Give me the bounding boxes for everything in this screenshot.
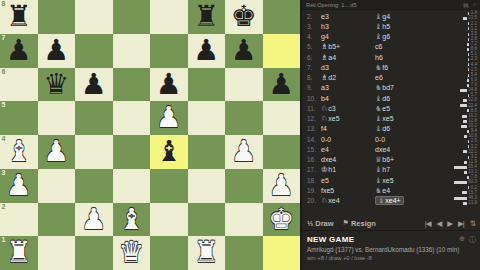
game-actions: ½ Draw ⚑ Resign |◀◀▶▶|⇅ (302, 216, 480, 230)
rating-odds: win +8 / draw +0 / lose -8 (307, 255, 475, 261)
black-piece-icon: ♛ (375, 155, 382, 164)
move-times: 46.313.9 (429, 196, 480, 206)
piece-white-rook-f1[interactable]: ♜ (188, 236, 226, 270)
piece-black-pawn-g7[interactable]: ♟ (225, 34, 263, 68)
move-row: 14.0-00-010.82.5 (302, 134, 480, 144)
square-c4[interactable] (75, 135, 113, 169)
square-f5[interactable] (188, 101, 226, 135)
square-a6[interactable]: 6 (0, 68, 38, 102)
black-piece-icon: ♞ (375, 83, 382, 92)
move-row: 16.dxe4♛b6+3.211.9 (302, 155, 480, 165)
white-move[interactable]: g4 (321, 33, 375, 40)
square-a8[interactable]: 8♜ (0, 0, 38, 34)
black-piece-icon: ♞ (375, 186, 382, 195)
rank-label-6: 6 (2, 68, 6, 76)
black-move[interactable]: 0-0 (375, 136, 429, 143)
book-icon[interactable]: ▤ (463, 1, 469, 8)
move-times: 1.413.5 (429, 11, 480, 21)
last-move-button[interactable]: ▶| (458, 219, 464, 228)
move-time-bar (468, 186, 470, 189)
move-number: 19. (307, 187, 321, 194)
move-row: 15.e4dxe43.212.1 (302, 144, 480, 154)
square-h1[interactable] (263, 236, 301, 270)
move-number: 12. (307, 115, 321, 122)
piece-black-pawn-f7[interactable]: ♟ (188, 34, 226, 68)
move-time-bar (468, 53, 470, 56)
piece-black-pawn-b7[interactable]: ♟ (38, 34, 76, 68)
move-time-bar (462, 115, 467, 118)
black-move[interactable]: ♞f6 (375, 63, 429, 72)
square-a3[interactable]: 3♟ (0, 169, 38, 203)
square-b1[interactable] (38, 236, 76, 270)
piece-black-bishop-e4[interactable]: ♝ (150, 135, 188, 169)
square-h5[interactable] (263, 101, 301, 135)
square-f2[interactable] (188, 203, 226, 237)
move-time-bar (467, 43, 469, 46)
move-time-bar (463, 99, 467, 102)
move-time-bar (468, 22, 470, 25)
move-time-value: 13.9 (468, 201, 477, 206)
move-times: 16.212.8 (429, 114, 480, 124)
black-piece-icon: ♞ (375, 104, 382, 113)
white-move[interactable]: h3 (321, 23, 375, 30)
next-move-button[interactable]: ▶ (447, 219, 452, 228)
resign-flag-icon: ⚑ (343, 219, 349, 227)
square-b3[interactable] (38, 169, 76, 203)
black-piece-icon: ♝ (378, 196, 385, 205)
black-move[interactable]: c6 (375, 43, 429, 50)
black-piece-icon: ♝ (375, 22, 382, 31)
move-time-bar (467, 48, 469, 51)
move-times: 22.48.6 (429, 104, 480, 114)
square-e4[interactable]: ♝ (150, 135, 188, 169)
move-time-bar (454, 166, 467, 169)
piece-black-queen-b6[interactable]: ♛ (38, 68, 76, 102)
white-move[interactable]: b4 (321, 95, 375, 102)
black-piece-icon: ♝ (375, 165, 382, 174)
half-point-icon: ½ (307, 219, 313, 228)
square-h3[interactable]: ♟ (263, 169, 301, 203)
move-time-bar (454, 197, 467, 200)
square-g4[interactable]: ♟ (225, 135, 263, 169)
black-move[interactable]: ♝xe5 (375, 114, 429, 123)
move-time-bar (468, 27, 470, 30)
piece-black-pawn-c6[interactable]: ♟ (75, 68, 113, 102)
square-e8[interactable] (150, 0, 188, 34)
move-time-bar (463, 120, 467, 123)
opening-name: Réti Opening: 1... d5 (306, 2, 463, 8)
white-piece-icon: ♗ (321, 73, 328, 82)
move-number: 13. (307, 125, 321, 132)
black-move[interactable]: dxe4 (375, 146, 429, 153)
move-row: 7.d3♞f64.41.5 (302, 62, 480, 72)
black-move[interactable]: ♝g4 (375, 12, 429, 21)
draw-button[interactable]: ½ Draw (307, 219, 334, 228)
square-h7[interactable] (263, 34, 301, 68)
white-move[interactable]: ♔h1 (321, 165, 375, 174)
move-list: 2.e3♝g41.413.53.h3♝h52.11.24.g4♝g63.52.8… (302, 10, 480, 216)
move-row: 5.♗b5+c67.28.6 (302, 42, 480, 52)
white-move[interactable]: 0-0 (321, 136, 375, 143)
rank-label-2: 2 (2, 203, 6, 211)
black-move[interactable]: ♝d6 (375, 94, 429, 103)
move-number: 16. (307, 156, 321, 163)
move-time-bar (464, 171, 467, 174)
square-c3[interactable] (75, 169, 113, 203)
square-b8[interactable] (38, 0, 76, 34)
move-time-bar (467, 79, 469, 82)
new-game-title: NEW GAME (307, 235, 475, 244)
move-row: 13.f4♝d620.29.4 (302, 124, 480, 134)
piece-white-bishop-a4[interactable]: ♝ (0, 135, 38, 169)
move-time-bar (462, 191, 466, 194)
move-number: 5. (307, 43, 321, 50)
white-move[interactable]: ♗b5+ (321, 42, 375, 51)
side-panel: Réti Opening: 1... d5 ▤ ⌕ 2.e3♝g41.413.5… (300, 0, 480, 270)
black-move[interactable]: h6 (375, 54, 429, 61)
black-move[interactable]: ♝d6 (375, 124, 429, 133)
chess-app: 8♜♜♚7♟♟♟♟6♛♟♟♟5♟4♝♟♝♟3♟♟2♟♝♚1♜♛♜ Réti Op… (0, 0, 480, 270)
move-times: 5.12.3 (429, 52, 480, 62)
square-c2[interactable]: ♟ (75, 203, 113, 237)
square-g7[interactable]: ♟ (225, 34, 263, 68)
move-row: 6.♗a4h65.12.3 (302, 52, 480, 62)
search-icon[interactable]: ⌕ (473, 1, 476, 8)
square-g1[interactable] (225, 236, 263, 270)
move-number: 9. (307, 84, 321, 91)
square-h6[interactable]: ♟ (263, 68, 301, 102)
white-move[interactable]: f4 (321, 125, 375, 132)
square-c8[interactable] (75, 0, 113, 34)
move-time-bar (461, 125, 467, 128)
white-piece-icon: ♘ (321, 104, 328, 113)
square-f4[interactable] (188, 135, 226, 169)
square-e5[interactable]: ♟ (150, 101, 188, 135)
piece-black-rook-f8[interactable]: ♜ (188, 0, 226, 34)
white-move[interactable]: dxe4 (321, 156, 375, 163)
piece-white-pawn-g4[interactable]: ♟ (225, 135, 263, 169)
black-piece-icon: ♝ (375, 176, 382, 185)
move-number: 6. (307, 54, 321, 61)
white-piece-icon: ♗ (321, 42, 328, 51)
piece-white-pawn-e5[interactable]: ♟ (150, 101, 188, 135)
move-time-bar (463, 150, 466, 153)
move-number: 15. (307, 146, 321, 153)
move-row: 12.♘xe5♝xe516.212.8 (302, 114, 480, 124)
black-move[interactable]: ♝h7 (375, 165, 429, 174)
move-row: 20.♘xe4♝xe4+46.313.9 (302, 196, 480, 206)
square-b5[interactable] (38, 101, 76, 135)
square-f1[interactable]: ♜ (188, 236, 226, 270)
white-move[interactable]: e4 (321, 146, 375, 153)
black-move[interactable]: e6 (375, 74, 429, 81)
square-d6[interactable] (113, 68, 151, 102)
square-d8[interactable] (113, 0, 151, 34)
matchup-line: Amrikugd (1377) vs. BernardUkomadu (1336… (307, 246, 475, 253)
square-b4[interactable]: ♟ (38, 135, 76, 169)
move-times: 5.712.8 (429, 93, 480, 103)
move-number: 4. (307, 33, 321, 40)
challenge-icon[interactable]: ⊕ (459, 235, 465, 245)
move-row: 11.♘c3♞e522.48.6 (302, 103, 480, 113)
square-f3[interactable] (188, 169, 226, 203)
black-move[interactable]: ♞e5 (375, 104, 429, 113)
piece-black-pawn-a7[interactable]: ♟ (0, 34, 38, 68)
piece-white-king-h2[interactable]: ♚ (263, 203, 301, 237)
square-a7[interactable]: 7♟ (0, 34, 38, 68)
square-d3[interactable] (113, 169, 151, 203)
square-h2[interactable]: ♚ (263, 203, 301, 237)
square-b7[interactable]: ♟ (38, 34, 76, 68)
square-e7[interactable] (150, 34, 188, 68)
piece-white-pawn-b4[interactable]: ♟ (38, 135, 76, 169)
piece-white-rook-a1[interactable]: ♜ (0, 236, 38, 270)
piece-white-pawn-h3[interactable]: ♟ (263, 169, 301, 203)
black-piece-icon: ♝ (375, 12, 382, 21)
move-times: 4.41.5 (429, 63, 480, 73)
move-time-bar (464, 161, 467, 164)
move-number: 14. (307, 136, 321, 143)
piece-white-queen-d1[interactable]: ♛ (113, 236, 151, 270)
move-times: 3.52.8 (429, 32, 480, 42)
black-move[interactable]: ♝g6 (375, 32, 429, 41)
move-time-bar (463, 202, 467, 205)
square-a1[interactable]: 1♜ (0, 236, 38, 270)
square-c1[interactable] (75, 236, 113, 270)
white-move[interactable]: fxe5 (321, 187, 375, 194)
black-move[interactable]: ♞bd7 (375, 83, 429, 92)
square-e6[interactable]: ♟ (150, 68, 188, 102)
black-piece-icon: ♝ (375, 32, 382, 41)
square-d1[interactable]: ♛ (113, 236, 151, 270)
square-e1[interactable] (150, 236, 188, 270)
resign-button[interactable]: ⚑ Resign (343, 219, 376, 228)
black-move[interactable]: ♝h5 (375, 22, 429, 31)
square-g5[interactable] (225, 101, 263, 135)
white-move[interactable]: a3 (321, 84, 375, 91)
move-number: 3. (307, 23, 321, 30)
move-time-bar (468, 145, 470, 148)
square-d7[interactable] (113, 34, 151, 68)
first-move-button[interactable]: |◀ (425, 219, 431, 228)
playback-controls: |◀◀▶▶|⇅ (425, 219, 475, 228)
piece-white-pawn-a3[interactable]: ♟ (0, 169, 38, 203)
move-times: 7.28.6 (429, 42, 480, 52)
black-piece-icon: ♝ (375, 124, 382, 133)
square-b2[interactable] (38, 203, 76, 237)
square-g8[interactable]: ♚ (225, 0, 263, 34)
white-move[interactable]: ♘xe5 (321, 114, 375, 123)
move-row: 4.g4♝g63.52.8 (302, 32, 480, 42)
square-h8[interactable] (263, 0, 301, 34)
white-move[interactable]: ♗d2 (321, 73, 375, 82)
new-game-section: NEW GAME Amrikugd (1377) vs. BernardUkom… (302, 230, 480, 270)
move-times: 20.29.4 (429, 124, 480, 134)
piece-black-pawn-h6[interactable]: ♟ (263, 68, 301, 102)
rank-label-5: 5 (2, 101, 6, 109)
square-a2[interactable]: 2 (0, 203, 38, 237)
move-row: 17.♔h1♝h755.410.3 (302, 165, 480, 175)
move-times: 55.410.3 (429, 165, 480, 175)
white-move[interactable]: e5 (321, 177, 375, 184)
move-row: 8.♗d2e65.46.9 (302, 73, 480, 83)
square-a5[interactable]: 5 (0, 101, 38, 135)
move-time-bar (468, 140, 470, 143)
square-f7[interactable]: ♟ (188, 34, 226, 68)
move-row: 2.e3♝g41.413.5 (302, 11, 480, 21)
white-move[interactable]: e3 (321, 13, 375, 20)
move-row: 18.e5♝xe57.860.3 (302, 175, 480, 185)
board-grid: 8♜♜♚7♟♟♟♟6♛♟♟♟5♟4♝♟♝♟3♟♟2♟♝♚1♜♛♜ (0, 0, 300, 270)
white-move[interactable]: ♘xe4 (321, 196, 375, 205)
move-time-bar (468, 58, 470, 61)
square-f8[interactable]: ♜ (188, 0, 226, 34)
move-number: 18. (307, 177, 321, 184)
chess-board: 8♜♜♚7♟♟♟♟6♛♟♟♟5♟4♝♟♝♟3♟♟2♟♝♚1♜♛♜ (0, 0, 300, 270)
black-piece-icon: ♝ (375, 94, 382, 103)
move-time-bar (468, 74, 470, 77)
move-number: 11. (307, 105, 321, 112)
square-g3[interactable] (225, 169, 263, 203)
square-d4[interactable] (113, 135, 151, 169)
move-number: 20. (307, 197, 321, 204)
move-times: 3.211.9 (429, 155, 480, 165)
white-piece-icon: ♗ (321, 53, 328, 62)
square-g6[interactable] (225, 68, 263, 102)
white-move[interactable]: ♘c3 (321, 104, 375, 113)
move-row: 3.h3♝h52.11.2 (302, 21, 480, 31)
square-d5[interactable] (113, 101, 151, 135)
flip-board-button[interactable]: ⇅ (470, 219, 475, 228)
move-time-bar (468, 68, 470, 71)
move-time-bar (454, 181, 467, 184)
black-move[interactable]: ♞e4 (375, 186, 429, 195)
black-move[interactable]: ♛b6+ (375, 155, 429, 164)
black-piece-icon: ♝ (375, 114, 382, 123)
square-b6[interactable]: ♛ (38, 68, 76, 102)
move-times: 7.860.3 (429, 175, 480, 185)
black-piece-icon: ♞ (375, 63, 382, 72)
square-c7[interactable] (75, 34, 113, 68)
move-number: 2. (307, 13, 321, 20)
square-f6[interactable] (188, 68, 226, 102)
square-c5[interactable] (75, 101, 113, 135)
move-time-bar (468, 33, 470, 36)
move-time-bar (460, 104, 466, 107)
white-move[interactable]: ♗a4 (321, 53, 375, 62)
piece-white-pawn-c2[interactable]: ♟ (75, 203, 113, 237)
move-times: 3.212.1 (429, 145, 480, 155)
square-a4[interactable]: 4♝ (0, 135, 38, 169)
white-piece-icon: ♘ (321, 196, 328, 205)
square-e3[interactable] (150, 169, 188, 203)
move-times: 10.82.5 (429, 134, 480, 144)
square-h4[interactable] (263, 135, 301, 169)
move-time-bar (460, 89, 467, 92)
move-times: 5.46.9 (429, 73, 480, 83)
prev-move-button[interactable]: ◀ (436, 219, 441, 228)
piece-white-bishop-d2[interactable]: ♝ (113, 203, 151, 237)
white-piece-icon: ♔ (321, 165, 328, 174)
white-move[interactable]: d3 (321, 64, 375, 71)
move-times: 2.11.2 (429, 22, 480, 32)
move-number: 7. (307, 64, 321, 71)
square-d2[interactable]: ♝ (113, 203, 151, 237)
opening-bar: Réti Opening: 1... d5 ▤ ⌕ (302, 0, 480, 10)
piece-black-pawn-e6[interactable]: ♟ (150, 68, 188, 102)
move-times: 6.215.7 (429, 186, 480, 196)
square-g2[interactable] (225, 203, 263, 237)
square-e2[interactable] (150, 203, 188, 237)
piece-black-king-g8[interactable]: ♚ (225, 0, 263, 34)
move-number: 17. (307, 166, 321, 173)
move-row: 10.b4♝d65.712.8 (302, 93, 480, 103)
info-icon[interactable]: ⓘ (469, 235, 476, 245)
move-number: 8. (307, 74, 321, 81)
square-c6[interactable]: ♟ (75, 68, 113, 102)
move-number: 10. (307, 95, 321, 102)
move-times: 7.924.8 (429, 83, 480, 93)
move-time-bar (464, 135, 467, 138)
move-row: 19.fxe5♞e46.215.7 (302, 185, 480, 195)
move-row: 9.a3♞bd77.924.8 (302, 83, 480, 93)
move-time-bar (467, 109, 469, 112)
move-time-bar (463, 17, 467, 20)
black-move[interactable]: ♝xe5 (375, 176, 429, 185)
black-move[interactable]: ♝xe4+ (375, 196, 429, 205)
piece-black-rook-a8[interactable]: ♜ (0, 0, 38, 34)
move-time-bar (468, 38, 470, 41)
move-time-bar (468, 63, 470, 66)
white-piece-icon: ♘ (321, 114, 328, 123)
